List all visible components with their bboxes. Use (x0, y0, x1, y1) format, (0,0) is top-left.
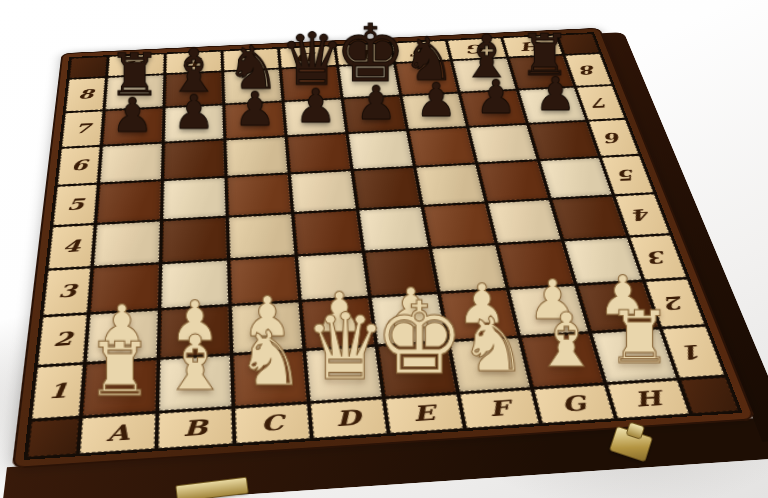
piece-black-pawn[interactable]: ♟ (475, 76, 517, 120)
file-label-a-bottom: A (106, 422, 129, 445)
rank-label-5-left: 5 (66, 197, 84, 213)
rank-label-cell: 6 (58, 147, 100, 185)
file-label-g-bottom: G (559, 393, 588, 415)
file-label-b-bottom: B (183, 417, 207, 440)
square-g4[interactable] (488, 200, 561, 243)
frame-corner (69, 57, 106, 78)
file-label-cell: H (608, 380, 689, 418)
square-a6[interactable] (100, 144, 162, 183)
file-label-cell: A (80, 414, 156, 454)
rank-label-cell: 5 (53, 185, 97, 226)
file-label-c-bottom: C (260, 412, 284, 434)
rank-label-8-right: 8 (579, 63, 598, 75)
piece-white-knight[interactable]: ♞ (236, 324, 304, 396)
rank-label-3-right: 3 (646, 248, 669, 265)
piece-white-king[interactable]: ♚ (374, 291, 464, 387)
square-g5[interactable] (478, 161, 548, 201)
square-d5[interactable] (291, 171, 356, 212)
piece-white-rook[interactable]: ♜ (86, 335, 153, 406)
rank-label-cell: 2 (38, 315, 87, 365)
square-d1[interactable]: ♛ (306, 347, 382, 401)
piece-white-knight[interactable]: ♞ (459, 310, 527, 382)
square-g7[interactable]: ♟ (461, 91, 526, 127)
square-e5[interactable] (354, 168, 421, 209)
file-label-cell: G (534, 385, 614, 423)
square-h5[interactable] (540, 158, 612, 198)
rank-label-8-left: 8 (77, 88, 93, 101)
square-b4[interactable] (162, 218, 227, 262)
square-c6[interactable] (226, 137, 287, 176)
square-e7[interactable]: ♟ (344, 96, 406, 132)
piece-black-pawn[interactable]: ♟ (112, 94, 154, 139)
file-label-cell: B (158, 409, 232, 449)
square-d7[interactable]: ♟ (284, 99, 345, 135)
file-label-cell: C (235, 404, 310, 443)
square-c5[interactable] (227, 174, 291, 215)
piece-black-pawn[interactable]: ♟ (234, 88, 276, 132)
square-g6[interactable] (469, 125, 537, 163)
square-d6[interactable] (287, 134, 350, 172)
square-d4[interactable] (294, 211, 362, 255)
rank-label-cell: 4 (48, 225, 93, 269)
file-label-f-bottom: F (487, 398, 511, 420)
rank-label-3-left: 3 (57, 282, 77, 300)
square-a5[interactable] (97, 181, 161, 223)
file-label-cell: F (460, 390, 539, 429)
square-a4[interactable] (94, 221, 160, 266)
file-label-h-bottom: H (632, 388, 664, 410)
square-h6[interactable] (529, 122, 598, 160)
square-b6[interactable] (164, 140, 225, 179)
rank-label-cell: 8 (66, 78, 106, 112)
rank-label-7-right: 7 (591, 96, 611, 109)
square-h1[interactable]: ♜ (592, 329, 676, 382)
square-h4[interactable] (552, 196, 626, 239)
file-label-e-bottom: E (412, 403, 437, 425)
frame-corner (681, 377, 739, 413)
rank-label-1-right: 1 (680, 342, 705, 362)
rank-label-7-left: 7 (74, 122, 91, 136)
square-f4[interactable] (424, 203, 495, 246)
square-e6[interactable] (348, 131, 413, 169)
piece-black-pawn[interactable]: ♟ (295, 85, 337, 129)
rank-label-4-right: 4 (631, 206, 653, 222)
rank-label-5-right: 5 (617, 167, 638, 182)
piece-black-pawn[interactable]: ♟ (173, 91, 215, 136)
rank-label-cell: 1 (32, 365, 83, 419)
rank-label-6-left: 6 (70, 158, 88, 173)
square-a1[interactable]: ♜ (83, 360, 157, 416)
piece-white-queen[interactable]: ♛ (304, 304, 386, 391)
piece-white-rook[interactable]: ♜ (607, 304, 672, 373)
square-a7[interactable]: ♟ (103, 108, 163, 145)
rank-label-6-right: 6 (603, 130, 623, 144)
rank-label-cell: 3 (43, 268, 90, 315)
square-f7[interactable]: ♟ (402, 93, 466, 129)
rank-label-4-left: 4 (62, 238, 81, 255)
square-b5[interactable] (163, 178, 226, 219)
square-f5[interactable] (416, 164, 484, 205)
chess-board: ABCDEFGH8♜♝♞♛♚♞♝♜87♟♟♟♟♟♟♟♟7665544332♟♟♟… (12, 28, 756, 469)
piece-white-bishop[interactable]: ♝ (161, 328, 229, 401)
file-label-cell: D (311, 399, 387, 438)
file-label-d-bottom: D (335, 407, 362, 429)
square-c1[interactable]: ♞ (233, 351, 307, 406)
rank-label-2-left: 2 (52, 330, 72, 350)
square-b1[interactable]: ♝ (159, 356, 231, 411)
square-c4[interactable] (229, 214, 295, 258)
piece-black-pawn[interactable]: ♟ (416, 79, 458, 123)
frame-corner (28, 418, 79, 456)
chessboard-photo-scene: ABCDEFGH8♜♝♞♛♚♞♝♜87♟♟♟♟♟♟♟♟7665544332♟♟♟… (0, 0, 768, 498)
square-b7[interactable]: ♟ (165, 105, 224, 141)
square-e4[interactable] (359, 207, 428, 251)
rank-label-1-left: 1 (47, 381, 68, 402)
square-h7[interactable]: ♟ (519, 88, 586, 123)
piece-black-pawn[interactable]: ♟ (535, 73, 576, 117)
square-c7[interactable]: ♟ (225, 102, 284, 138)
square-g1[interactable]: ♝ (521, 334, 603, 387)
file-label-cell: E (386, 394, 464, 433)
rank-label-cell: 5 (602, 156, 654, 195)
rank-label-cell: 6 (589, 120, 639, 156)
piece-white-bishop[interactable]: ♝ (533, 306, 600, 377)
square-e1[interactable]: ♚ (378, 342, 456, 396)
square-f6[interactable] (409, 128, 475, 166)
rank-label-cell: 4 (615, 194, 669, 235)
piece-black-pawn[interactable]: ♟ (355, 82, 397, 126)
rank-label-cell: 7 (62, 111, 103, 147)
